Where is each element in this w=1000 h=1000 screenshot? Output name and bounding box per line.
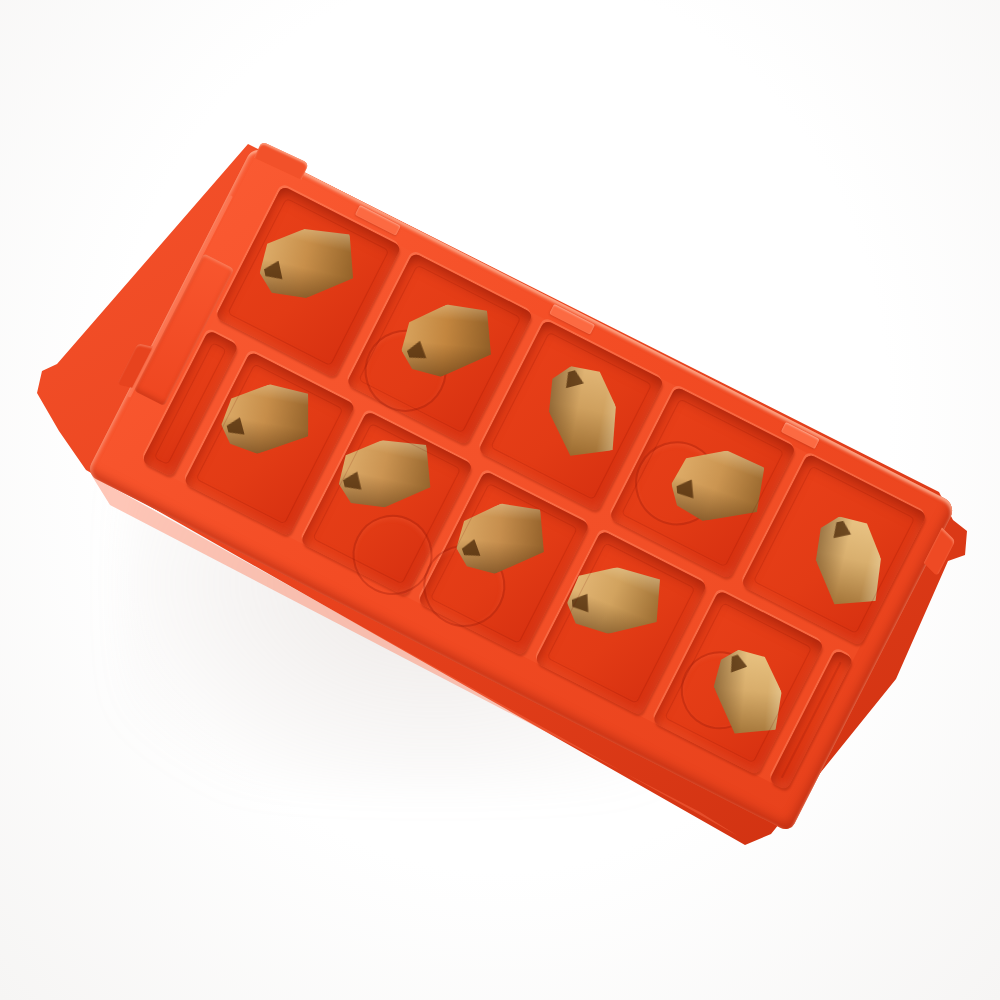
- carbide-insert-back-5: [808, 510, 889, 611]
- carbide-insert-front-2: [331, 431, 437, 516]
- carbide-insert-front-4: [566, 565, 663, 636]
- carbide-insert-back-3: [539, 358, 627, 464]
- carbide-insert-back-1: [253, 220, 361, 306]
- carbide-insert-front-5: [705, 641, 793, 745]
- carbide-insert-back-4: [669, 448, 769, 524]
- carbide-insert-front-3: [447, 492, 555, 584]
- product-photo-scene: [0, 0, 1000, 1000]
- carbide-insert-front-1: [215, 375, 320, 461]
- carbide-insert-back-2: [392, 292, 503, 386]
